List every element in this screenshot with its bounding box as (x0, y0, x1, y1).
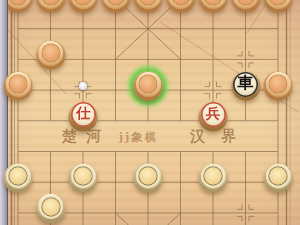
screen-left-edge-strip (0, 0, 8, 225)
piece-character: 兵 (206, 105, 220, 123)
piece-back-face (10, 0, 27, 5)
piece-back-face (10, 168, 27, 185)
piece-back-face (140, 168, 157, 185)
piece-hidden-red[interactable] (4, 164, 33, 193)
river-label-han-jie: 汉界 (190, 128, 252, 145)
piece-hidden-black[interactable] (36, 41, 65, 70)
piece-character: 車 (238, 73, 254, 94)
piece-hidden-red[interactable] (69, 164, 98, 193)
piece-hidden-red[interactable] (264, 164, 293, 193)
piece-character: 仕 (76, 105, 90, 123)
app-watermark: jj象棋 (119, 130, 158, 144)
piece-back-face (205, 0, 222, 5)
piece-back-face (205, 168, 222, 185)
piece-back-face (10, 76, 27, 93)
piece-back-face (172, 0, 189, 5)
piece-back-face (42, 45, 59, 62)
piece-advisor-red[interactable]: 仕 (69, 102, 98, 131)
piece-back-face (270, 168, 287, 185)
piece-hidden-black[interactable] (4, 72, 33, 101)
piece-hidden-black[interactable] (264, 72, 293, 101)
piece-back-face (42, 198, 59, 215)
piece-back-face (75, 0, 92, 5)
piece-back-face (42, 0, 59, 5)
piece-hidden-black[interactable] (134, 72, 163, 101)
piece-soldier-red[interactable]: 兵 (199, 102, 228, 131)
piece-hidden-red[interactable] (199, 164, 228, 193)
piece-back-face (270, 0, 287, 5)
piece-back-face (237, 0, 254, 5)
piece-back-face (140, 76, 157, 93)
piece-back-face (270, 76, 287, 93)
piece-back-face (140, 0, 157, 5)
piece-back-face (107, 0, 124, 5)
move-origin-dot (79, 82, 87, 90)
piece-hidden-red[interactable] (36, 194, 65, 223)
piece-back-face (75, 168, 92, 185)
piece-chariot-black[interactable]: 車 (231, 72, 260, 101)
xiangqi-board[interactable]: 楚河 jj象棋 汉界 車仕兵 (0, 0, 300, 225)
piece-hidden-red[interactable] (134, 164, 163, 193)
